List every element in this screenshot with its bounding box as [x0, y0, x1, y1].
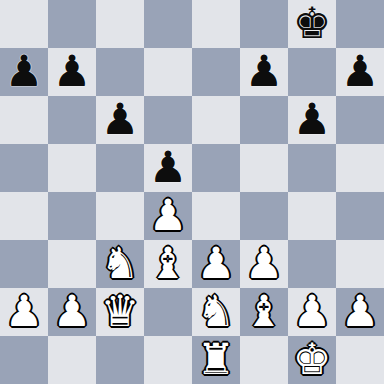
square-h1[interactable]	[336, 336, 384, 384]
square-a7[interactable]: ♟	[0, 48, 48, 96]
square-a2[interactable]: ♟	[0, 288, 48, 336]
square-a3[interactable]	[0, 240, 48, 288]
square-b8[interactable]	[48, 0, 96, 48]
square-a5[interactable]	[0, 144, 48, 192]
square-c6[interactable]: ♟	[96, 96, 144, 144]
white-rook[interactable]: ♜	[197, 335, 236, 383]
square-h6[interactable]	[336, 96, 384, 144]
square-e7[interactable]	[192, 48, 240, 96]
square-b7[interactable]: ♟	[48, 48, 96, 96]
square-g5[interactable]	[288, 144, 336, 192]
white-king[interactable]: ♚	[293, 335, 332, 383]
square-f8[interactable]	[240, 0, 288, 48]
square-d7[interactable]	[144, 48, 192, 96]
square-g1[interactable]: ♚	[288, 336, 336, 384]
square-g6[interactable]: ♟	[288, 96, 336, 144]
white-pawn[interactable]: ♟	[53, 287, 92, 335]
white-pawn[interactable]: ♟	[341, 287, 380, 335]
black-pawn[interactable]: ♟	[149, 143, 188, 191]
white-queen[interactable]: ♛	[101, 287, 140, 335]
square-a4[interactable]	[0, 192, 48, 240]
square-e8[interactable]	[192, 0, 240, 48]
square-b6[interactable]	[48, 96, 96, 144]
square-g7[interactable]	[288, 48, 336, 96]
white-knight[interactable]: ♞	[197, 287, 236, 335]
square-c3[interactable]: ♞	[96, 240, 144, 288]
white-pawn[interactable]: ♟	[197, 239, 236, 287]
square-c8[interactable]	[96, 0, 144, 48]
square-f3[interactable]: ♟	[240, 240, 288, 288]
square-g2[interactable]: ♟	[288, 288, 336, 336]
square-c4[interactable]	[96, 192, 144, 240]
square-a6[interactable]	[0, 96, 48, 144]
square-h3[interactable]	[336, 240, 384, 288]
square-g8[interactable]: ♚	[288, 0, 336, 48]
white-pawn[interactable]: ♟	[149, 191, 188, 239]
square-b5[interactable]	[48, 144, 96, 192]
square-d4[interactable]: ♟	[144, 192, 192, 240]
square-h7[interactable]: ♟	[336, 48, 384, 96]
black-pawn[interactable]: ♟	[341, 47, 380, 95]
black-pawn[interactable]: ♟	[245, 47, 284, 95]
square-g3[interactable]	[288, 240, 336, 288]
square-g4[interactable]	[288, 192, 336, 240]
square-d2[interactable]	[144, 288, 192, 336]
white-pawn[interactable]: ♟	[293, 287, 332, 335]
square-c1[interactable]	[96, 336, 144, 384]
square-b4[interactable]	[48, 192, 96, 240]
square-f4[interactable]	[240, 192, 288, 240]
square-h2[interactable]: ♟	[336, 288, 384, 336]
black-pawn[interactable]: ♟	[5, 47, 44, 95]
square-b2[interactable]: ♟	[48, 288, 96, 336]
chess-board: ♚♟♟♟♟♟♟♟♟♞♝♟♟♟♟♛♞♝♟♟♜♚	[0, 0, 384, 384]
black-pawn[interactable]: ♟	[53, 47, 92, 95]
square-a1[interactable]	[0, 336, 48, 384]
black-pawn[interactable]: ♟	[101, 95, 140, 143]
square-c2[interactable]: ♛	[96, 288, 144, 336]
square-f2[interactable]: ♝	[240, 288, 288, 336]
square-f6[interactable]	[240, 96, 288, 144]
square-d6[interactable]	[144, 96, 192, 144]
square-c7[interactable]	[96, 48, 144, 96]
square-e4[interactable]	[192, 192, 240, 240]
square-b3[interactable]	[48, 240, 96, 288]
square-d8[interactable]	[144, 0, 192, 48]
square-a8[interactable]	[0, 0, 48, 48]
square-e6[interactable]	[192, 96, 240, 144]
white-knight[interactable]: ♞	[101, 239, 140, 287]
black-king[interactable]: ♚	[293, 0, 332, 47]
square-f7[interactable]: ♟	[240, 48, 288, 96]
square-d5[interactable]: ♟	[144, 144, 192, 192]
square-d1[interactable]	[144, 336, 192, 384]
square-f5[interactable]	[240, 144, 288, 192]
white-pawn[interactable]: ♟	[5, 287, 44, 335]
white-bishop[interactable]: ♝	[149, 239, 188, 287]
black-pawn[interactable]: ♟	[293, 95, 332, 143]
square-h5[interactable]	[336, 144, 384, 192]
white-bishop[interactable]: ♝	[245, 287, 284, 335]
square-f1[interactable]	[240, 336, 288, 384]
square-h8[interactable]	[336, 0, 384, 48]
square-e5[interactable]	[192, 144, 240, 192]
square-h4[interactable]	[336, 192, 384, 240]
square-b1[interactable]	[48, 336, 96, 384]
square-d3[interactable]: ♝	[144, 240, 192, 288]
white-pawn[interactable]: ♟	[245, 239, 284, 287]
square-e2[interactable]: ♞	[192, 288, 240, 336]
square-c5[interactable]	[96, 144, 144, 192]
square-e1[interactable]: ♜	[192, 336, 240, 384]
square-e3[interactable]: ♟	[192, 240, 240, 288]
